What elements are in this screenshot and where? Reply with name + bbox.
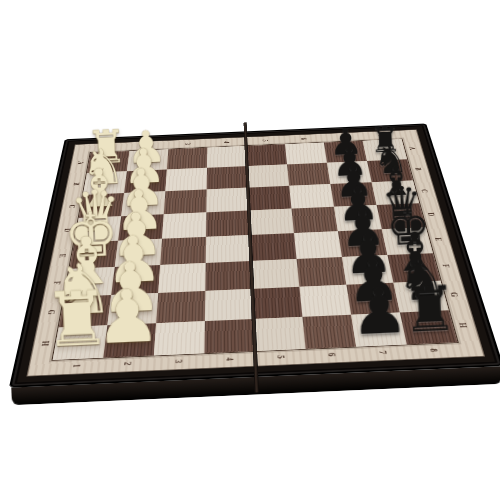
square-b6: [287, 163, 330, 186]
coordinate-label: F: [33, 277, 81, 289]
board-frame: 12345678 12345678 ABCDEFGH ABCDEFGH ♜♟♟♜…: [9, 123, 500, 387]
square-g2: ♟: [107, 293, 158, 325]
coordinate-label: H: [19, 337, 71, 351]
square-b2: ♟: [124, 170, 167, 193]
square-b7: ♟: [327, 161, 372, 184]
coordinate-label: F: [422, 260, 471, 272]
square-d2: ♟: [118, 214, 164, 240]
square-c6: [289, 184, 334, 209]
coordinate-label: A: [392, 144, 434, 153]
square-g4: [205, 289, 254, 321]
square-f3: [158, 263, 205, 293]
square-c2: ♟: [121, 191, 165, 216]
square-c5: [248, 186, 292, 211]
chess-board: 12345678 12345678 ABCDEFGH ABCDEFGH ♜♟♟♜…: [9, 123, 500, 387]
board-face: 12345678 12345678 ABCDEFGH ABCDEFGH ♜♟♟♜…: [26, 130, 485, 377]
square-f2: ♟: [111, 265, 160, 295]
square-c7: ♟: [330, 182, 376, 207]
square-e4: [206, 235, 251, 263]
coordinate-label: G: [26, 306, 76, 319]
square-c3: [164, 189, 207, 214]
square-f4: [205, 261, 252, 291]
square-b5: [247, 164, 289, 187]
square-g6: [299, 285, 351, 317]
square-d7: ♟: [334, 205, 382, 231]
square-e5: [250, 233, 297, 261]
coordinate-label: 5: [258, 131, 273, 151]
square-e3: [160, 237, 206, 265]
square-b4: [207, 166, 248, 189]
coordinate-label: 7: [334, 127, 351, 147]
square-e6: [294, 231, 342, 259]
square-g3: [156, 291, 205, 323]
coordinate-label: 4: [220, 132, 233, 152]
coordinate-label: 2: [117, 346, 138, 381]
square-f6: [297, 257, 347, 287]
coordinate-label: 2: [142, 136, 157, 156]
coordinate-label: 3: [169, 344, 188, 379]
coordinate-label: E: [415, 234, 462, 245]
square-e2: ♟: [115, 239, 162, 267]
coordinate-label: G: [429, 288, 480, 301]
coordinate-label: 4: [221, 342, 239, 377]
coordinate-label: B: [397, 164, 440, 174]
coordinate-label: 5: [271, 340, 291, 375]
square-e7: ♟: [338, 229, 388, 257]
product-photo: 12345678 12345678 ABCDEFGH ABCDEFGH ♜♟♟♜…: [0, 0, 500, 500]
square-f5: [251, 259, 299, 289]
coordinate-label: C: [403, 186, 447, 196]
square-d6: [291, 207, 337, 233]
square-g5: [252, 287, 302, 319]
square-d4: [206, 211, 250, 237]
scene: 12345678 12345678 ABCDEFGH ABCDEFGH ♜♟♟♜…: [41, 26, 459, 444]
square-g7: ♟: [346, 283, 399, 315]
square-d5: [249, 209, 294, 235]
coordinate-label: 6: [296, 129, 312, 149]
square-b3: [165, 168, 207, 191]
square-c4: [206, 188, 249, 213]
coordinate-label: 3: [181, 134, 195, 154]
square-f7: ♟: [342, 255, 393, 285]
coordinate-label: E: [39, 250, 86, 262]
coordinate-label: H: [437, 318, 490, 332]
square-d3: [162, 212, 206, 238]
coordinate-label: D: [409, 209, 455, 220]
